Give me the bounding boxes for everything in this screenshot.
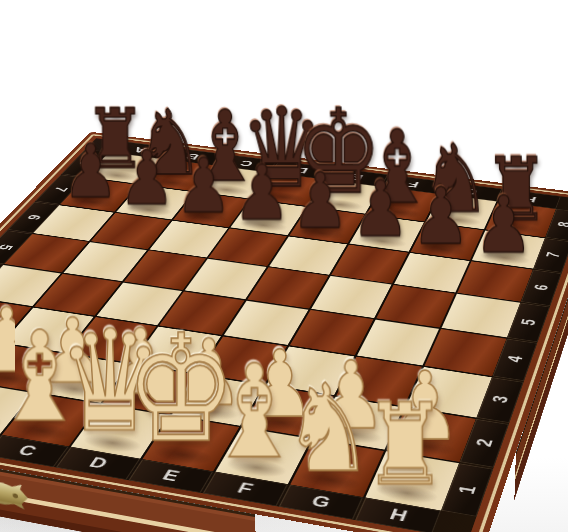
rook-glyph: ♜ bbox=[325, 389, 486, 502]
brass-clasp bbox=[0, 468, 29, 510]
perspective-wrapper: ABCDEFGH ABCDEFGH 87654321 87654321 ♜♞♝♛… bbox=[0, 0, 556, 532]
chess-set-photo: ABCDEFGH ABCDEFGH 87654321 87654321 ♜♞♝♛… bbox=[0, 0, 568, 532]
clasp-screw-right bbox=[13, 493, 19, 499]
chess-board: ABCDEFGH ABCDEFGH 87654321 87654321 ♜♞♝♛… bbox=[0, 132, 568, 532]
